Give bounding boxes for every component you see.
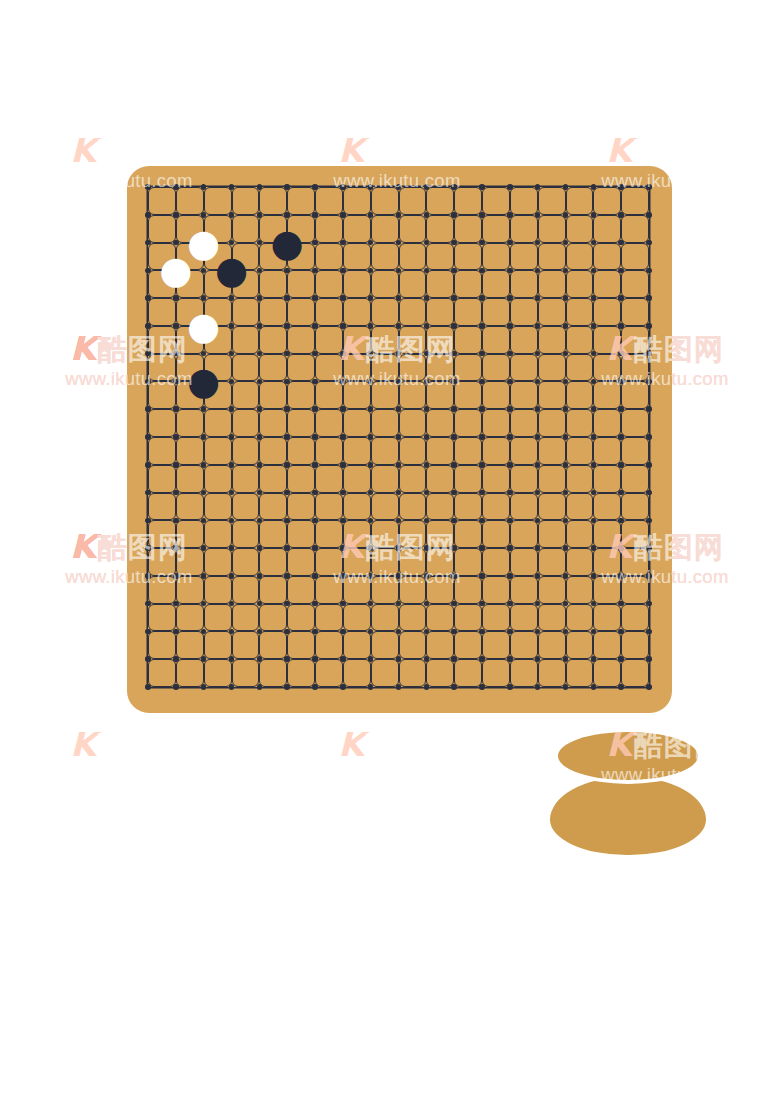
board-cell: [399, 576, 427, 604]
board-cell: [371, 520, 399, 548]
grid-intersection-dot: [145, 379, 151, 385]
board-cell: [593, 548, 621, 576]
board-cell: [399, 465, 427, 493]
board-cell: [593, 493, 621, 521]
board-cell: [538, 576, 566, 604]
board-cell: [287, 465, 315, 493]
board-cell: [148, 354, 176, 382]
board-cell: [482, 493, 510, 521]
grid-intersection-dot: [257, 684, 263, 690]
board-cell: [176, 548, 204, 576]
board-cell: [621, 381, 649, 409]
grid-intersection-dot: [451, 406, 457, 412]
board-cell: [371, 298, 399, 326]
board-cell: [371, 270, 399, 298]
grid-intersection-dot: [229, 684, 235, 690]
board-cell: [538, 215, 566, 243]
board-cell: [566, 354, 594, 382]
board-cell: [315, 381, 343, 409]
grid-intersection-dot: [563, 212, 569, 218]
grid-intersection-dot: [145, 406, 151, 412]
grid-intersection-dot: [257, 518, 263, 524]
board-cell: [454, 465, 482, 493]
board-cell: [315, 270, 343, 298]
grid-intersection-dot: [618, 518, 624, 524]
board-cell: [343, 520, 371, 548]
grid-intersection-dot: [507, 490, 513, 496]
black-stone-D16: ●: [218, 256, 246, 284]
board-cell: [566, 215, 594, 243]
white-stone-C17: ●: [190, 229, 218, 257]
grid-intersection-dot: [173, 545, 179, 551]
board-cell: [204, 604, 232, 632]
board-cell: [621, 437, 649, 465]
grid-intersection-dot: [173, 295, 179, 301]
board-cell: [287, 409, 315, 437]
grid-intersection-dot: [591, 684, 597, 690]
board-cell: [343, 659, 371, 687]
board-cell: [315, 604, 343, 632]
grid-intersection-dot: [451, 656, 457, 662]
grid-intersection-dot: [535, 462, 541, 468]
board-cell: [371, 493, 399, 521]
grid-intersection-dot: [451, 268, 457, 274]
grid-intersection-dot: [479, 684, 485, 690]
grid-intersection-dot: [479, 545, 485, 551]
board-cell: [204, 187, 232, 215]
grid-intersection-dot: [312, 573, 318, 579]
grid-intersection-dot: [396, 184, 402, 190]
grid-intersection-dot: [479, 518, 485, 524]
grid-intersection-dot: [201, 684, 207, 690]
board-cell: [566, 659, 594, 687]
grid-intersection-dot: [507, 295, 513, 301]
board-cell: [454, 298, 482, 326]
grid-intersection-dot: [173, 490, 179, 496]
board-cell: [454, 187, 482, 215]
grid-intersection-dot: [507, 545, 513, 551]
board-cell: [399, 631, 427, 659]
board-cell: [232, 437, 260, 465]
grid-intersection-dot: [591, 295, 597, 301]
board-cell: [593, 298, 621, 326]
board-cell: [482, 270, 510, 298]
grid-intersection-dot: [646, 518, 652, 524]
board-cell: [259, 326, 287, 354]
grid-intersection-dot: [284, 545, 290, 551]
board-cell: [399, 270, 427, 298]
grid-intersection-dot: [646, 406, 652, 412]
grid-intersection-dot: [257, 545, 263, 551]
ikutu-logo-mark-icon: K: [338, 726, 364, 764]
board-cell: [454, 409, 482, 437]
board-cell: [148, 604, 176, 632]
grid-intersection-dot: [424, 268, 430, 274]
board-cell: [510, 243, 538, 271]
board-cell: [621, 215, 649, 243]
grid-intersection-dot: [396, 212, 402, 218]
grid-intersection-dot: [424, 518, 430, 524]
board-cell: [454, 243, 482, 271]
board-cell: [287, 548, 315, 576]
board-cell: [343, 409, 371, 437]
board-cell: [510, 576, 538, 604]
grid-intersection-dot: [424, 323, 430, 329]
board-cell: [621, 354, 649, 382]
board-cell: [315, 493, 343, 521]
board-cell: [371, 354, 399, 382]
grid-intersection-dot: [340, 268, 346, 274]
board-cell: [426, 659, 454, 687]
board-cell: [148, 409, 176, 437]
board-cell: [482, 326, 510, 354]
board-cell: [176, 659, 204, 687]
board-cell: [287, 659, 315, 687]
board-cell: [538, 381, 566, 409]
board-cell: [315, 576, 343, 604]
board-cell: [593, 187, 621, 215]
board-cell: [371, 215, 399, 243]
board-cell: [371, 326, 399, 354]
grid-intersection-dot: [312, 406, 318, 412]
board-cell: [371, 437, 399, 465]
black-stone-C12: ●: [190, 367, 218, 395]
grid-intersection-dot: [507, 240, 513, 246]
board-cell: [399, 243, 427, 271]
grid-intersection-dot: [563, 295, 569, 301]
board-cell: [426, 631, 454, 659]
grid-intersection-dot: [201, 462, 207, 468]
board-cell: [287, 270, 315, 298]
grid-intersection-dot: [535, 573, 541, 579]
grid-intersection-dot: [340, 629, 346, 635]
stone-bowl-body: [550, 777, 706, 855]
board-cell: [426, 243, 454, 271]
board-cell: [232, 409, 260, 437]
grid-intersection-dot: [646, 268, 652, 274]
board-cell: [343, 576, 371, 604]
board-cell: [259, 465, 287, 493]
grid-intersection-dot: [563, 573, 569, 579]
board-cell: [566, 437, 594, 465]
grid-intersection-dot: [145, 323, 151, 329]
grid-intersection-dot: [173, 434, 179, 440]
board-cell: [510, 409, 538, 437]
grid-intersection-dot: [591, 656, 597, 662]
board-cell: [259, 548, 287, 576]
board-cell: [315, 187, 343, 215]
board-cell: [621, 659, 649, 687]
board-cell: [176, 437, 204, 465]
ikutu-logo-mark-icon: K: [70, 726, 96, 764]
board-cell: [343, 187, 371, 215]
grid-intersection-dot: [173, 323, 179, 329]
grid-intersection-dot: [618, 379, 624, 385]
grid-intersection-dot: [618, 295, 624, 301]
board-cell: [593, 381, 621, 409]
board-cell: [232, 631, 260, 659]
board-cell: [259, 604, 287, 632]
board-cell: [399, 381, 427, 409]
grid-intersection-dot: [646, 184, 652, 190]
grid-intersection-dot: [340, 490, 346, 496]
grid-intersection-dot: [535, 684, 541, 690]
board-cell: [232, 548, 260, 576]
board-cell: [259, 409, 287, 437]
board-cell: [287, 381, 315, 409]
board-cell: [510, 326, 538, 354]
board-cell: [204, 437, 232, 465]
grid-intersection-dot: [479, 295, 485, 301]
board-cell: [315, 409, 343, 437]
board-cell: [259, 659, 287, 687]
board-cell: [426, 520, 454, 548]
board-cell: [426, 298, 454, 326]
board-cell: [538, 548, 566, 576]
grid-intersection-dot: [507, 573, 513, 579]
grid-intersection-dot: [646, 656, 652, 662]
grid-intersection-dot: [646, 351, 652, 357]
ikutu-logo-mark-icon: K: [70, 132, 96, 170]
grid-intersection-dot: [618, 462, 624, 468]
board-cell: [259, 631, 287, 659]
grid-intersection-dot: [284, 406, 290, 412]
board-cell: [176, 493, 204, 521]
board-cell: [538, 187, 566, 215]
board-cell: [510, 520, 538, 548]
board-cell: [148, 187, 176, 215]
grid-intersection-dot: [145, 240, 151, 246]
grid-intersection-dot: [284, 323, 290, 329]
grid-intersection-dot: [284, 379, 290, 385]
grid-intersection-dot: [424, 184, 430, 190]
grid-intersection-dot: [618, 323, 624, 329]
grid-intersection-dot: [340, 518, 346, 524]
grid-intersection-dot: [396, 573, 402, 579]
grid-intersection-dot: [479, 656, 485, 662]
board-cell: [426, 493, 454, 521]
grid-intersection-dot: [451, 545, 457, 551]
grid-intersection-dot: [284, 295, 290, 301]
board-cell: [259, 270, 287, 298]
grid-intersection-dot: [591, 434, 597, 440]
grid-intersection-dot: [312, 518, 318, 524]
board-cell: [510, 298, 538, 326]
grid-intersection-dot: [312, 462, 318, 468]
white-stone-B16: ●: [162, 256, 190, 284]
board-cell: [454, 520, 482, 548]
grid-intersection-dot: [479, 573, 485, 579]
board-cell: [148, 576, 176, 604]
board-cell: [510, 354, 538, 382]
grid-intersection-dot: [479, 323, 485, 329]
board-cell: [148, 326, 176, 354]
grid-intersection-dot: [507, 601, 513, 607]
board-cell: [343, 548, 371, 576]
grid-intersection-dot: [201, 573, 207, 579]
grid-intersection-dot: [145, 268, 151, 274]
board-cell: [176, 631, 204, 659]
grid-intersection-dot: [591, 212, 597, 218]
grid-intersection-dot: [368, 573, 374, 579]
grid-intersection-dot: [451, 295, 457, 301]
grid-intersection-dot: [257, 268, 263, 274]
grid-intersection-dot: [340, 462, 346, 468]
board-cell: [482, 465, 510, 493]
go-illustration-canvas: K酷图网www.ikutu.comK酷图网www.ikutu.comK酷图网ww…: [0, 0, 777, 1099]
grid-intersection-dot: [340, 656, 346, 662]
board-cell: [566, 270, 594, 298]
board-cell: [566, 381, 594, 409]
grid-intersection-dot: [591, 323, 597, 329]
grid-intersection-dot: [646, 545, 652, 551]
go-grid: ●●●●●●: [148, 187, 649, 687]
grid-intersection-dot: [451, 518, 457, 524]
board-cell: [371, 631, 399, 659]
grid-intersection-dot: [284, 462, 290, 468]
grid-intersection-dot: [173, 601, 179, 607]
board-cell: [343, 354, 371, 382]
board-cell: [482, 298, 510, 326]
board-cell: [315, 465, 343, 493]
board-cell: [148, 659, 176, 687]
grid-intersection-dot: [284, 434, 290, 440]
board-cell: [232, 326, 260, 354]
grid-intersection-dot: [618, 406, 624, 412]
board-cell: [399, 409, 427, 437]
board-cell: [343, 298, 371, 326]
board-cell: [399, 326, 427, 354]
board-cell: [426, 354, 454, 382]
grid-intersection-dot: [646, 573, 652, 579]
grid-intersection-dot: [479, 629, 485, 635]
watermark-url: www.ikutu.com: [62, 764, 196, 785]
grid-intersection-dot: [563, 184, 569, 190]
grid-intersection-dot: [646, 379, 652, 385]
grid-intersection-dot: [479, 490, 485, 496]
board-cell: [259, 493, 287, 521]
grid-intersection-dot: [646, 212, 652, 218]
board-cell: [510, 548, 538, 576]
board-cell: [148, 465, 176, 493]
board-cell: [482, 548, 510, 576]
grid-intersection-dot: [646, 240, 652, 246]
board-cell: [510, 465, 538, 493]
grid-intersection-dot: [618, 656, 624, 662]
grid-intersection-dot: [145, 684, 151, 690]
board-cell: [538, 465, 566, 493]
grid-intersection-dot: [479, 462, 485, 468]
board-cell: [482, 243, 510, 271]
board-cell: [232, 520, 260, 548]
board-cell: [621, 409, 649, 437]
grid-intersection-dot: [424, 545, 430, 551]
board-cell: [510, 187, 538, 215]
grid-intersection-dot: [312, 379, 318, 385]
board-cell: [538, 409, 566, 437]
grid-intersection-dot: [340, 379, 346, 385]
grid-intersection-dot: [173, 379, 179, 385]
grid-intersection-dot: [479, 240, 485, 246]
board-cell: [538, 604, 566, 632]
grid-intersection-dot: [173, 629, 179, 635]
grid-intersection-dot: [507, 462, 513, 468]
board-cell: [259, 520, 287, 548]
board-cell: [399, 548, 427, 576]
grid-intersection-dot: [257, 323, 263, 329]
grid-intersection-dot: [424, 212, 430, 218]
grid-intersection-dot: [479, 268, 485, 274]
board-cell: [287, 493, 315, 521]
grid-intersection-dot: [340, 323, 346, 329]
board-cell: [593, 270, 621, 298]
grid-intersection-dot: [173, 406, 179, 412]
board-cell: [287, 576, 315, 604]
grid-intersection-dot: [340, 184, 346, 190]
grid-intersection-dot: [618, 212, 624, 218]
board-cell: [566, 631, 594, 659]
grid-intersection-dot: [284, 684, 290, 690]
board-cell: [426, 548, 454, 576]
board-cell: [621, 520, 649, 548]
grid-intersection-dot: [396, 545, 402, 551]
grid-intersection-dot: [284, 518, 290, 524]
ikutu-logo-text: 酷图网: [634, 132, 724, 170]
grid-intersection-dot: [396, 684, 402, 690]
board-cell: [593, 243, 621, 271]
board-cell: [148, 520, 176, 548]
board-cell: [232, 298, 260, 326]
stone-bowl-lid: [558, 732, 698, 780]
board-cell: [426, 215, 454, 243]
board-cell: [538, 298, 566, 326]
grid-intersection-dot: [312, 240, 318, 246]
grid-intersection-dot: [563, 545, 569, 551]
board-cell: [566, 520, 594, 548]
board-cell: [510, 215, 538, 243]
grid-intersection-dot: [312, 268, 318, 274]
board-cell: [482, 604, 510, 632]
grid-intersection-dot: [145, 434, 151, 440]
board-cell: [371, 548, 399, 576]
board-cell: [566, 548, 594, 576]
grid-intersection-dot: [535, 323, 541, 329]
board-cell: [148, 493, 176, 521]
board-cell: [566, 326, 594, 354]
grid-intersection-dot: [201, 212, 207, 218]
board-cell: [593, 437, 621, 465]
grid-intersection-dot: [145, 573, 151, 579]
grid-intersection-dot: [563, 684, 569, 690]
board-cell: [287, 604, 315, 632]
board-cell: [371, 243, 399, 271]
grid-intersection-dot: [229, 462, 235, 468]
grid-intersection-dot: [507, 434, 513, 440]
board-cell: [566, 604, 594, 632]
board-cell: [343, 604, 371, 632]
grid-intersection-dot: [507, 629, 513, 635]
grid-intersection-dot: [396, 295, 402, 301]
board-cell: [482, 520, 510, 548]
board-cell: [621, 326, 649, 354]
ikutu-logo: K酷图网: [62, 726, 196, 764]
board-cell: [148, 298, 176, 326]
grid-intersection-dot: [312, 434, 318, 440]
grid-intersection-dot: [479, 379, 485, 385]
board-cell: [204, 548, 232, 576]
white-stone-C14: ●: [190, 312, 218, 340]
board-cell: [454, 604, 482, 632]
